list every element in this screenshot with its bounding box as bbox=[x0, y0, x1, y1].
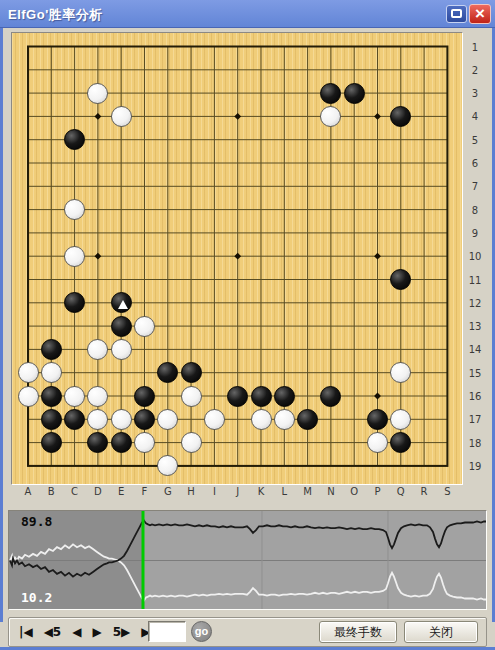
move-number-input[interactable] bbox=[148, 621, 186, 642]
row-label-18: 18 bbox=[467, 437, 483, 448]
col-label-H: H bbox=[187, 486, 195, 497]
row-label-4: 4 bbox=[467, 111, 483, 122]
row-label-10: 10 bbox=[467, 251, 483, 262]
col-label-D: D bbox=[94, 486, 102, 497]
row-label-11: 11 bbox=[467, 274, 483, 285]
go-board-panel bbox=[11, 32, 463, 485]
star-point bbox=[374, 393, 381, 400]
col-label-R: R bbox=[421, 486, 428, 497]
stone-white-Q17 bbox=[390, 409, 411, 430]
stone-black-O3 bbox=[344, 83, 365, 104]
stone-white-H18 bbox=[181, 432, 202, 453]
back-5-button[interactable]: ◀5 bbox=[44, 626, 62, 638]
stone-black-B17 bbox=[41, 409, 62, 430]
stone-black-M17 bbox=[297, 409, 318, 430]
row-label-14: 14 bbox=[467, 344, 483, 355]
row-label-16: 16 bbox=[467, 391, 483, 402]
star-point bbox=[234, 113, 241, 120]
col-label-C: C bbox=[71, 486, 78, 497]
stone-white-A16 bbox=[18, 386, 39, 407]
stone-black-J16 bbox=[227, 386, 248, 407]
row-label-7: 7 bbox=[467, 181, 483, 192]
row-label-9: 9 bbox=[467, 227, 483, 238]
stone-black-N16 bbox=[320, 386, 341, 407]
go-button[interactable]: go bbox=[191, 621, 212, 642]
stone-white-A15 bbox=[18, 362, 39, 383]
stone-black-B14 bbox=[41, 339, 62, 360]
stone-black-L16 bbox=[274, 386, 295, 407]
close-button[interactable]: × bbox=[469, 4, 491, 24]
stone-white-D3 bbox=[87, 83, 108, 104]
col-label-J: J bbox=[236, 486, 239, 497]
stone-white-E14 bbox=[111, 339, 132, 360]
stone-black-B18 bbox=[41, 432, 62, 453]
stone-white-C16 bbox=[64, 386, 85, 407]
col-label-N: N bbox=[327, 486, 334, 497]
stone-white-B15 bbox=[41, 362, 62, 383]
stone-black-P17 bbox=[367, 409, 388, 430]
stone-white-F13 bbox=[134, 316, 155, 337]
control-bar: |◀◀5◀▶5▶▶| go 最终手数 关闭 bbox=[8, 617, 487, 647]
stone-white-F18 bbox=[134, 432, 155, 453]
stone-white-L17 bbox=[274, 409, 295, 430]
star-point bbox=[234, 253, 241, 260]
row-label-19: 19 bbox=[467, 460, 483, 471]
col-label-L: L bbox=[282, 486, 288, 497]
stone-white-I17 bbox=[204, 409, 225, 430]
forward-1-button[interactable]: ▶ bbox=[92, 626, 101, 638]
row-label-12: 12 bbox=[467, 297, 483, 308]
last-move-marker bbox=[118, 300, 128, 309]
col-label-B: B bbox=[48, 486, 55, 497]
star-point bbox=[374, 253, 381, 260]
col-label-K: K bbox=[258, 486, 265, 497]
col-label-P: P bbox=[374, 486, 380, 497]
row-label-13: 13 bbox=[467, 321, 483, 332]
col-label-G: G bbox=[164, 486, 172, 497]
row-label-15: 15 bbox=[467, 367, 483, 378]
row-label-17: 17 bbox=[467, 414, 483, 425]
col-label-F: F bbox=[142, 486, 148, 497]
final-move-button[interactable]: 最终手数 bbox=[319, 621, 397, 643]
move-navigation: |◀◀5◀▶5▶▶| bbox=[19, 618, 155, 646]
back-1-button[interactable]: ◀ bbox=[72, 626, 81, 638]
stone-white-G17 bbox=[157, 409, 178, 430]
col-label-E: E bbox=[118, 486, 124, 497]
stone-white-C10 bbox=[64, 246, 85, 267]
col-label-I: I bbox=[213, 486, 216, 497]
star-point bbox=[95, 253, 102, 260]
stone-black-B16 bbox=[41, 386, 62, 407]
move-cursor[interactable] bbox=[142, 511, 145, 609]
stone-white-E17 bbox=[111, 409, 132, 430]
col-label-S: S bbox=[444, 486, 450, 497]
row-label-2: 2 bbox=[467, 64, 483, 75]
stone-white-P18 bbox=[367, 432, 388, 453]
first-move-button[interactable]: |◀ bbox=[19, 626, 33, 638]
maximize-button[interactable] bbox=[446, 5, 467, 23]
stone-black-E18 bbox=[111, 432, 132, 453]
forward-5-button[interactable]: 5▶ bbox=[113, 626, 131, 638]
row-label-8: 8 bbox=[467, 204, 483, 215]
stone-white-H16 bbox=[181, 386, 202, 407]
stone-white-E4 bbox=[111, 106, 132, 127]
star-point bbox=[374, 113, 381, 120]
row-label-5: 5 bbox=[467, 134, 483, 145]
stone-black-F16 bbox=[134, 386, 155, 407]
row-label-3: 3 bbox=[467, 88, 483, 99]
window-border-left bbox=[0, 0, 3, 622]
winrate-graph-canvas bbox=[9, 511, 486, 609]
stone-white-D16 bbox=[87, 386, 108, 407]
go-board[interactable] bbox=[12, 33, 462, 484]
col-label-Q: Q bbox=[397, 486, 405, 497]
title-bar: ElfGo'胜率分析 × bbox=[0, 0, 495, 28]
stone-black-F17 bbox=[134, 409, 155, 430]
elfgo-winrate-window: ElfGo'胜率分析 × ABCDEFGHIJKLMNOPQRS 1234567… bbox=[0, 0, 495, 650]
row-label-6: 6 bbox=[467, 158, 483, 169]
stone-black-C17 bbox=[64, 409, 85, 430]
col-label-A: A bbox=[25, 486, 32, 497]
row-label-1: 1 bbox=[467, 41, 483, 52]
star-point bbox=[95, 113, 102, 120]
window-title: ElfGo'胜率分析 bbox=[8, 6, 103, 24]
close-dialog-button[interactable]: 关闭 bbox=[404, 621, 478, 643]
white-winrate-value: 10.2 bbox=[21, 590, 52, 605]
stone-black-E13 bbox=[111, 316, 132, 337]
close-icon: × bbox=[475, 4, 485, 23]
col-label-M: M bbox=[303, 486, 312, 497]
black-winrate-value: 89.8 bbox=[21, 514, 52, 529]
maximize-icon bbox=[451, 9, 462, 18]
stone-black-K16 bbox=[251, 386, 272, 407]
stone-black-H15 bbox=[181, 362, 202, 383]
stone-white-K17 bbox=[251, 409, 272, 430]
col-label-O: O bbox=[350, 486, 358, 497]
winrate-graph[interactable]: 89.8 10.2 bbox=[8, 510, 487, 610]
stone-black-N3 bbox=[320, 83, 341, 104]
